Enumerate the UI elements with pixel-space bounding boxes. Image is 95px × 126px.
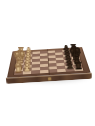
square-c3 xyxy=(32,64,40,67)
square-a5 xyxy=(49,69,58,73)
square-e8: ♚ xyxy=(71,56,80,59)
clasp-icon xyxy=(47,77,50,80)
chess-set-product-photo: ♜♟♟♜♞♟♟♞♝♟♟♝♚♟♟♚♛♟♟♛♝♟♟♝♞♟♟♞♜♟♟♜ xyxy=(0,0,95,126)
square-a3 xyxy=(31,70,40,74)
chess-board: ♜♟♟♜♞♟♟♞♝♟♟♝♚♟♟♚♛♟♟♛♝♟♟♝♞♟♟♞♜♟♟♜ xyxy=(7,47,91,78)
square-a2: ♟ xyxy=(23,71,32,75)
square-e5 xyxy=(48,58,56,61)
square-e1: ♚ xyxy=(16,60,24,63)
square-e6 xyxy=(56,57,64,60)
square-c2: ♟ xyxy=(23,65,31,68)
square-a6 xyxy=(57,69,66,73)
square-a8: ♜ xyxy=(74,68,83,72)
square-e2: ♟ xyxy=(24,59,32,62)
